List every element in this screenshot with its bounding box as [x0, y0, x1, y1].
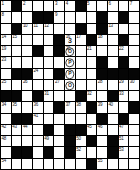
black-cell — [119, 114, 129, 124]
white-cell[interactable] — [129, 12, 139, 22]
white-cell[interactable]: 10 — [22, 24, 32, 34]
circled-letter: O — [65, 47, 75, 56]
white-cell[interactable]: 27 — [54, 80, 64, 90]
black-cell — [65, 125, 75, 135]
clue-number: 22 — [119, 46, 123, 51]
black-cell — [97, 69, 107, 79]
white-cell[interactable]: 28 — [97, 80, 107, 90]
white-cell[interactable]: 44 — [22, 125, 32, 135]
white-cell[interactable] — [87, 24, 97, 34]
white-cell[interactable] — [129, 24, 139, 34]
white-cell[interactable]: 9 — [54, 12, 64, 22]
white-cell[interactable] — [129, 147, 139, 157]
black-cell — [54, 102, 64, 112]
white-cell[interactable] — [22, 102, 32, 112]
white-cell[interactable]: 26 — [22, 80, 32, 90]
white-cell[interactable] — [97, 46, 107, 56]
white-cell[interactable]: 7 — [129, 1, 139, 11]
clue-number: 27 — [55, 80, 59, 85]
white-cell[interactable]: 13 — [108, 24, 118, 34]
black-cell — [12, 69, 22, 79]
black-cell — [22, 69, 32, 79]
clue-number: 7 — [130, 1, 132, 6]
white-cell[interactable] — [12, 46, 22, 56]
white-cell[interactable] — [129, 57, 139, 67]
white-cell[interactable] — [65, 114, 75, 124]
clue-number: 8 — [2, 12, 4, 17]
white-cell[interactable]: 2 — [22, 1, 32, 11]
white-cell[interactable]: 29 — [119, 80, 129, 90]
clue-number: 12 — [44, 24, 48, 29]
white-cell[interactable]: 53 — [119, 147, 129, 157]
white-cell[interactable]: 40 — [108, 102, 118, 112]
clue-number: 45 — [87, 125, 91, 130]
white-cell[interactable]: 19 — [1, 46, 11, 56]
white-cell[interactable] — [33, 57, 43, 67]
white-cell[interactable] — [1, 24, 11, 34]
white-cell[interactable] — [119, 1, 129, 11]
black-cell — [108, 136, 118, 146]
clue-number: 53 — [119, 147, 123, 152]
clue-number: 41 — [34, 114, 38, 119]
clue-number: 11 — [34, 24, 38, 29]
black-cell — [33, 91, 43, 101]
white-cell[interactable] — [44, 102, 54, 112]
black-cell — [87, 136, 97, 146]
black-cell — [54, 35, 64, 45]
black-cell — [97, 114, 107, 124]
white-cell[interactable] — [12, 80, 22, 90]
white-cell[interactable]: 35 — [12, 102, 22, 112]
white-cell[interactable] — [54, 159, 64, 169]
white-cell[interactable] — [44, 46, 54, 56]
white-cell[interactable] — [129, 46, 139, 56]
black-cell — [12, 91, 22, 101]
white-cell[interactable] — [76, 114, 86, 124]
black-cell — [108, 91, 118, 101]
circled-letter: P — [65, 58, 75, 67]
white-cell[interactable]: 47 — [119, 125, 129, 135]
white-cell[interactable]: 4 — [65, 1, 75, 11]
clue-number: 39 — [98, 102, 102, 107]
white-cell[interactable] — [65, 12, 75, 22]
white-cell[interactable] — [33, 125, 43, 135]
white-cell[interactable]: 8 — [1, 12, 11, 22]
white-cell[interactable]: 18 — [97, 35, 107, 45]
black-cell — [44, 125, 54, 135]
white-cell[interactable]: 11 — [33, 24, 43, 34]
white-cell[interactable]: 33 — [119, 91, 129, 101]
white-cell[interactable] — [22, 91, 32, 101]
clue-number: 55 — [98, 159, 102, 164]
clue-number: 25 — [2, 80, 6, 85]
clue-number: 23 — [2, 57, 6, 62]
white-cell[interactable]: P — [65, 57, 75, 67]
white-cell[interactable]: 32 — [87, 91, 97, 101]
clue-number: 13 — [108, 24, 112, 29]
white-cell[interactable] — [22, 159, 32, 169]
white-cell[interactable]: 48 — [1, 136, 11, 146]
black-cell — [119, 69, 129, 79]
white-cell[interactable]: 34 — [1, 102, 11, 112]
white-cell[interactable] — [87, 69, 97, 79]
black-cell — [76, 1, 86, 11]
white-cell[interactable] — [54, 91, 64, 101]
white-cell[interactable]: 54 — [1, 159, 11, 169]
clue-number: 18 — [98, 35, 102, 40]
white-cell[interactable] — [22, 12, 32, 22]
white-cell[interactable] — [44, 1, 54, 11]
white-cell[interactable] — [12, 57, 22, 67]
clue-number: 52 — [76, 147, 80, 152]
white-cell[interactable] — [44, 114, 54, 124]
clue-number: 50 — [76, 136, 80, 141]
white-cell[interactable] — [129, 125, 139, 135]
white-cell[interactable]: 30 — [129, 80, 139, 90]
black-cell — [44, 147, 54, 157]
black-cell — [76, 91, 86, 101]
clue-number: 14 — [2, 35, 6, 40]
white-cell[interactable]: 55 — [97, 159, 107, 169]
white-cell[interactable] — [129, 159, 139, 169]
black-cell — [87, 159, 97, 169]
filled-letter: 3 — [65, 36, 75, 45]
white-cell[interactable]: 39 — [97, 102, 107, 112]
white-cell[interactable]: 1 — [1, 1, 11, 11]
black-cell — [54, 46, 64, 56]
clue-number: 44 — [23, 125, 27, 130]
white-cell[interactable] — [108, 114, 118, 124]
black-cell — [22, 147, 32, 157]
white-cell[interactable]: 15 — [12, 35, 22, 45]
white-cell[interactable] — [1, 69, 11, 79]
white-cell[interactable]: P — [65, 69, 75, 79]
white-cell[interactable]: 25 — [1, 80, 11, 90]
white-cell[interactable]: 22 — [119, 46, 129, 56]
white-cell[interactable] — [33, 1, 43, 11]
black-cell — [108, 69, 118, 79]
white-cell[interactable] — [44, 80, 54, 90]
black-cell — [12, 147, 22, 157]
black-cell — [129, 102, 139, 112]
white-cell[interactable] — [97, 91, 107, 101]
white-cell[interactable] — [119, 102, 129, 112]
white-cell[interactable] — [119, 159, 129, 169]
white-cell[interactable] — [129, 136, 139, 146]
white-cell[interactable]: 6 — [108, 1, 118, 11]
white-cell[interactable]: 42 — [1, 125, 11, 135]
clue-number: 48 — [2, 136, 6, 141]
white-cell[interactable]: 38 — [76, 102, 86, 112]
clue-number: 47 — [119, 125, 123, 130]
clue-number: 30 — [130, 80, 134, 85]
black-cell — [76, 24, 86, 34]
white-cell[interactable] — [65, 91, 75, 101]
white-cell[interactable]: 17 — [76, 35, 86, 45]
white-cell[interactable] — [87, 114, 97, 124]
white-cell[interactable]: 12 — [44, 24, 54, 34]
clue-number: 19 — [2, 46, 6, 51]
clue-number: 26 — [23, 80, 27, 85]
white-cell[interactable] — [129, 114, 139, 124]
white-cell[interactable] — [1, 147, 11, 157]
white-cell[interactable] — [129, 91, 139, 101]
clue-number: 2 — [23, 1, 25, 6]
white-cell[interactable] — [65, 24, 75, 34]
white-cell[interactable]: 5 — [87, 1, 97, 11]
white-cell[interactable] — [33, 159, 43, 169]
white-cell[interactable] — [54, 24, 64, 34]
white-cell[interactable] — [119, 24, 129, 34]
clue-number: 5 — [87, 1, 89, 6]
clue-number: 6 — [108, 1, 110, 6]
white-cell[interactable] — [76, 69, 86, 79]
white-cell[interactable] — [87, 57, 97, 67]
white-cell[interactable] — [87, 12, 97, 22]
clue-number: 10 — [23, 24, 27, 29]
white-cell[interactable]: 43 — [12, 125, 22, 135]
clue-number: 40 — [108, 102, 112, 107]
white-cell[interactable] — [97, 1, 107, 11]
white-cell[interactable] — [54, 57, 64, 67]
black-cell — [87, 35, 97, 45]
white-cell[interactable] — [76, 80, 86, 90]
white-cell[interactable]: 31 — [44, 91, 54, 101]
black-cell — [119, 35, 129, 45]
clue-number: 28 — [98, 80, 102, 85]
clue-number: 43 — [12, 125, 16, 130]
white-cell[interactable] — [97, 147, 107, 157]
black-cell — [129, 69, 139, 79]
clue-number: 9 — [55, 12, 57, 17]
clue-number: 34 — [2, 102, 6, 107]
white-cell[interactable]: 50 — [76, 136, 86, 146]
clue-number: 31 — [44, 91, 48, 96]
white-cell[interactable] — [44, 159, 54, 169]
clue-number: 17 — [76, 35, 80, 40]
white-cell[interactable]: 51 — [119, 136, 129, 146]
white-cell[interactable]: 24 — [33, 69, 43, 79]
clue-number: 15 — [12, 35, 16, 40]
black-cell — [97, 24, 107, 34]
white-cell[interactable] — [108, 57, 118, 67]
white-cell[interactable] — [76, 159, 86, 169]
white-cell[interactable]: 20O — [65, 46, 75, 56]
white-cell[interactable]: 37 — [65, 102, 75, 112]
circled-letter: O — [65, 81, 75, 90]
black-cell — [12, 1, 22, 11]
white-cell[interactable]: 41 — [33, 114, 43, 124]
clue-number: 21 — [87, 46, 91, 51]
white-cell[interactable]: 23 — [1, 57, 11, 67]
black-cell — [44, 12, 54, 22]
white-cell[interactable] — [33, 147, 43, 157]
white-cell[interactable] — [129, 35, 139, 45]
clue-number: 42 — [2, 125, 6, 130]
clue-number: 29 — [119, 80, 123, 85]
white-cell[interactable] — [33, 80, 43, 90]
white-cell[interactable]: 21 — [87, 46, 97, 56]
white-cell[interactable] — [87, 80, 97, 90]
clue-number: 37 — [66, 102, 70, 107]
black-cell — [33, 12, 43, 22]
black-cell — [1, 91, 11, 101]
white-cell[interactable] — [33, 136, 43, 146]
white-cell[interactable] — [54, 136, 64, 146]
black-cell — [87, 102, 97, 112]
black-cell — [22, 114, 32, 124]
white-cell[interactable] — [12, 136, 22, 146]
black-cell — [33, 46, 43, 56]
white-cell[interactable] — [65, 159, 75, 169]
white-cell[interactable] — [44, 69, 54, 79]
white-cell[interactable]: 14 — [1, 35, 11, 45]
white-cell[interactable] — [22, 57, 32, 67]
black-cell — [54, 69, 64, 79]
clue-number: 35 — [12, 102, 16, 107]
black-cell — [12, 114, 22, 124]
black-cell — [97, 57, 107, 67]
white-cell[interactable] — [76, 12, 86, 22]
clue-number: 49 — [44, 136, 48, 141]
white-cell[interactable] — [44, 35, 54, 45]
white-cell[interactable] — [1, 114, 11, 124]
black-cell — [65, 147, 75, 157]
black-cell — [65, 136, 75, 146]
white-cell[interactable]: 49 — [44, 136, 54, 146]
white-cell[interactable] — [54, 114, 64, 124]
white-cell[interactable]: 45 — [87, 125, 97, 135]
white-cell[interactable]: O — [65, 80, 75, 90]
clue-number: 33 — [119, 91, 123, 96]
white-cell[interactable] — [54, 147, 64, 157]
white-cell[interactable]: 36 — [33, 102, 43, 112]
white-cell[interactable] — [108, 125, 118, 135]
white-cell[interactable] — [12, 159, 22, 169]
white-cell[interactable] — [108, 35, 118, 45]
white-cell[interactable] — [108, 12, 118, 22]
clue-number: 1 — [2, 1, 4, 6]
white-cell[interactable] — [22, 35, 32, 45]
white-cell[interactable] — [108, 159, 118, 169]
white-cell[interactable]: 52 — [76, 147, 86, 157]
white-cell[interactable]: 46 — [97, 125, 107, 135]
clue-number: 32 — [87, 91, 91, 96]
clue-number: 4 — [66, 1, 68, 6]
clue-number: 3 — [55, 1, 57, 6]
white-cell[interactable] — [108, 46, 118, 56]
white-cell[interactable] — [22, 136, 32, 146]
white-cell[interactable] — [22, 46, 32, 56]
circled-letter: P — [65, 69, 75, 78]
white-cell[interactable] — [87, 147, 97, 157]
black-cell — [12, 24, 22, 34]
white-cell[interactable]: 3 — [54, 1, 64, 11]
black-cell — [76, 125, 86, 135]
clue-number: 38 — [76, 102, 80, 107]
black-cell — [108, 147, 118, 157]
white-cell[interactable] — [108, 80, 118, 90]
clue-number: 24 — [34, 69, 38, 74]
black-cell — [119, 57, 129, 67]
black-cell — [119, 12, 129, 22]
white-cell[interactable] — [97, 136, 107, 146]
white-cell[interactable] — [44, 57, 54, 67]
white-cell[interactable] — [76, 46, 86, 56]
white-cell[interactable] — [54, 125, 64, 135]
white-cell[interactable] — [76, 57, 86, 67]
clue-number: 51 — [119, 136, 123, 141]
clue-number: 54 — [2, 159, 6, 164]
white-cell[interactable]: 163 — [65, 35, 75, 45]
white-cell[interactable] — [12, 12, 22, 22]
crossword-grid: 12345678910111213141516317181920O212223P… — [0, 0, 140, 170]
clue-number: 46 — [98, 125, 102, 130]
clue-number: 36 — [34, 102, 38, 107]
white-cell[interactable] — [33, 35, 43, 45]
black-cell — [97, 12, 107, 22]
